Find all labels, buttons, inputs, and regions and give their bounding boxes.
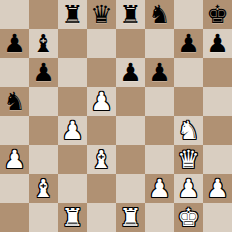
- square-g7[interactable]: ♟: [174, 29, 203, 58]
- square-e2[interactable]: [116, 174, 145, 203]
- black-pawn-f6: ♟: [148, 58, 170, 87]
- square-f8[interactable]: ♞: [145, 0, 174, 29]
- white-queen-g3: ♛: [177, 145, 199, 174]
- white-bishop-d3: ♝: [90, 145, 112, 174]
- square-c6[interactable]: [58, 58, 87, 87]
- square-c3[interactable]: [58, 145, 87, 174]
- white-pawn-a3: ♟: [3, 145, 25, 174]
- square-a7[interactable]: ♟: [0, 29, 29, 58]
- black-rook-e8: ♜: [119, 0, 141, 29]
- square-d5[interactable]: ♟: [87, 87, 116, 116]
- square-h2[interactable]: ♟: [203, 174, 232, 203]
- square-a1[interactable]: [0, 203, 29, 232]
- square-a8[interactable]: [0, 0, 29, 29]
- square-c8[interactable]: ♜: [58, 0, 87, 29]
- square-b4[interactable]: [29, 116, 58, 145]
- square-d8[interactable]: ♛: [87, 0, 116, 29]
- square-g4[interactable]: ♞: [174, 116, 203, 145]
- square-d4[interactable]: [87, 116, 116, 145]
- white-pawn-g2: ♟: [177, 174, 199, 203]
- square-b5[interactable]: [29, 87, 58, 116]
- chess-board: ♜♛♜♞♚♟♝♟♟♟♟♟♞♟♟♞♟♝♛♝♟♟♟♜♜♚: [0, 0, 232, 232]
- square-b6[interactable]: ♟: [29, 58, 58, 87]
- square-f6[interactable]: ♟: [145, 58, 174, 87]
- square-e7[interactable]: [116, 29, 145, 58]
- square-d3[interactable]: ♝: [87, 145, 116, 174]
- square-d1[interactable]: [87, 203, 116, 232]
- square-g2[interactable]: ♟: [174, 174, 203, 203]
- black-knight-a5: ♞: [3, 87, 25, 116]
- square-h8[interactable]: ♚: [203, 0, 232, 29]
- square-g5[interactable]: [174, 87, 203, 116]
- square-g1[interactable]: ♚: [174, 203, 203, 232]
- square-g8[interactable]: [174, 0, 203, 29]
- square-e3[interactable]: [116, 145, 145, 174]
- square-f7[interactable]: [145, 29, 174, 58]
- white-bishop-b2: ♝: [32, 174, 54, 203]
- square-h3[interactable]: [203, 145, 232, 174]
- black-knight-f8: ♞: [148, 0, 170, 29]
- black-pawn-a7: ♟: [3, 29, 25, 58]
- square-a6[interactable]: [0, 58, 29, 87]
- square-g6[interactable]: [174, 58, 203, 87]
- square-c1[interactable]: ♜: [58, 203, 87, 232]
- square-e4[interactable]: [116, 116, 145, 145]
- square-c2[interactable]: [58, 174, 87, 203]
- square-g3[interactable]: ♛: [174, 145, 203, 174]
- square-h7[interactable]: ♟: [203, 29, 232, 58]
- square-b3[interactable]: [29, 145, 58, 174]
- square-h4[interactable]: [203, 116, 232, 145]
- square-h5[interactable]: [203, 87, 232, 116]
- square-b8[interactable]: [29, 0, 58, 29]
- black-pawn-h7: ♟: [206, 29, 228, 58]
- square-a3[interactable]: ♟: [0, 145, 29, 174]
- square-a4[interactable]: [0, 116, 29, 145]
- square-f2[interactable]: ♟: [145, 174, 174, 203]
- black-bishop-b7: ♝: [32, 29, 54, 58]
- white-pawn-d5: ♟: [90, 87, 112, 116]
- square-d2[interactable]: [87, 174, 116, 203]
- square-d7[interactable]: [87, 29, 116, 58]
- square-e6[interactable]: ♟: [116, 58, 145, 87]
- square-b2[interactable]: ♝: [29, 174, 58, 203]
- white-knight-g4: ♞: [177, 116, 199, 145]
- black-pawn-e6: ♟: [119, 58, 141, 87]
- square-f4[interactable]: [145, 116, 174, 145]
- square-a5[interactable]: ♞: [0, 87, 29, 116]
- black-rook-c8: ♜: [61, 0, 83, 29]
- square-f1[interactable]: [145, 203, 174, 232]
- square-f3[interactable]: [145, 145, 174, 174]
- black-pawn-b6: ♟: [32, 58, 54, 87]
- square-b1[interactable]: [29, 203, 58, 232]
- square-d6[interactable]: [87, 58, 116, 87]
- white-king-g1: ♚: [177, 203, 199, 232]
- white-pawn-f2: ♟: [148, 174, 170, 203]
- black-queen-d8: ♛: [90, 0, 112, 29]
- square-a2[interactable]: [0, 174, 29, 203]
- square-c7[interactable]: [58, 29, 87, 58]
- square-c4[interactable]: ♟: [58, 116, 87, 145]
- square-h1[interactable]: [203, 203, 232, 232]
- square-e5[interactable]: [116, 87, 145, 116]
- black-pawn-g7: ♟: [177, 29, 199, 58]
- square-h6[interactable]: [203, 58, 232, 87]
- square-c5[interactable]: [58, 87, 87, 116]
- white-pawn-h2: ♟: [206, 174, 228, 203]
- white-rook-c1: ♜: [61, 203, 83, 232]
- black-king-h8: ♚: [206, 0, 228, 29]
- square-e1[interactable]: ♜: [116, 203, 145, 232]
- square-e8[interactable]: ♜: [116, 0, 145, 29]
- white-pawn-c4: ♟: [61, 116, 83, 145]
- white-rook-e1: ♜: [119, 203, 141, 232]
- square-f5[interactable]: [145, 87, 174, 116]
- square-b7[interactable]: ♝: [29, 29, 58, 58]
